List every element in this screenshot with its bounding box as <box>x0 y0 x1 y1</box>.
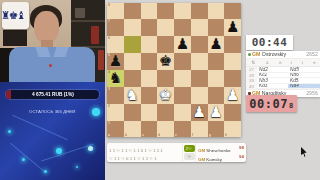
square-d5[interactable]: ♚ <box>157 53 174 70</box>
particle-dot <box>22 158 25 161</box>
piece-black-pawn[interactable]: ♟ <box>224 19 241 36</box>
clock-white: 00:078 <box>246 95 297 112</box>
clock-white-time: 00:07 <box>249 97 288 111</box>
square-f6[interactable] <box>191 36 208 53</box>
chess-board: 87♟6♟♟♟5♚♞43♞♚♟2♟♟a1bcdefgh <box>107 3 241 137</box>
square-e1[interactable]: e <box>174 121 191 137</box>
piece-black-pawn[interactable]: ♟ <box>208 36 225 53</box>
player-top[interactable]: GM Ostrovskiy 2652 <box>246 51 320 59</box>
donation-amount: 4 675.41 RUB (1%) <box>6 90 99 99</box>
mouse-cursor <box>301 147 308 157</box>
square-c2[interactable] <box>141 104 158 121</box>
coordinate-b: b <box>125 133 127 137</box>
square-g5[interactable] <box>208 53 225 70</box>
square-b8[interactable] <box>124 3 141 19</box>
player-top-rating: 2652 <box>306 52 318 57</box>
standings-list: GM Shevchenko 98 GM Kamsky 94 <box>196 143 246 162</box>
move-list: 37 Nd2 Nd5 38 Kc2 Nb6 39 Nb3 Kd5 40 Kd3 … <box>246 67 320 89</box>
square-e3[interactable] <box>174 87 191 104</box>
square-c4[interactable] <box>141 70 158 87</box>
move-toolbar: ⇅ ≡ « ‹ › » <box>246 59 320 67</box>
particle-dot <box>88 146 93 151</box>
standing-row[interactable]: GM Shevchenko 98 <box>196 143 246 152</box>
square-a7[interactable]: 7 <box>107 19 124 36</box>
square-d3[interactable]: ♚ <box>157 87 174 104</box>
particle-dot <box>8 130 11 133</box>
piece-white-knight[interactable]: ♞ <box>124 87 141 104</box>
donation-progress-bar: 4 675.41 RUB (1%) <box>6 90 99 99</box>
square-g6[interactable]: ♟ <box>208 36 225 53</box>
square-a8[interactable]: 8 <box>107 3 124 19</box>
coordinate-1: 1 <box>108 121 110 125</box>
piece-black-king[interactable]: ♚ <box>157 53 174 70</box>
shirt-collar <box>53 47 68 57</box>
piece-black-pawn[interactable]: ♟ <box>107 53 124 70</box>
coordinate-g: g <box>209 133 211 137</box>
square-b6[interactable] <box>124 36 141 53</box>
score-panel: 1 1 ½ 1 1 ½ 1 1 0 1 ½ 1 1 1 ½ 1 1 ½ 0 1 … <box>107 143 246 162</box>
donation-days-left: ОСТАЛОСЬ 365 ДНЕЙ <box>0 100 105 118</box>
piece-white-king[interactable]: ♚ <box>157 87 174 104</box>
red-books <box>91 26 99 44</box>
online-dot-icon <box>248 53 251 56</box>
piece-white-pawn[interactable]: ♟ <box>224 87 241 104</box>
coordinate-h: h <box>225 133 227 137</box>
square-h1[interactable]: h <box>224 121 241 137</box>
square-e5[interactable] <box>174 53 191 70</box>
clock-black-time: 00:44 <box>252 36 288 49</box>
square-f8[interactable] <box>191 3 208 19</box>
square-g7[interactable] <box>208 19 225 36</box>
player-bottom-rating: 2956 <box>306 91 318 96</box>
shelf-item <box>75 8 85 18</box>
next-move-icon[interactable]: › <box>301 60 303 64</box>
piece-white-pawn[interactable]: ♟ <box>208 104 225 121</box>
shirt-pin <box>49 64 52 67</box>
score-badges: 2½ ½ <box>183 143 196 162</box>
coordinate-8: 8 <box>108 3 110 7</box>
square-c6[interactable] <box>141 36 158 53</box>
book-icon[interactable]: ≡ <box>266 60 269 64</box>
square-d7[interactable] <box>157 19 174 36</box>
prev-move-icon[interactable]: ‹ <box>291 60 293 64</box>
square-g2[interactable]: ♟ <box>208 104 225 121</box>
square-e7[interactable] <box>174 19 191 36</box>
coordinate-a: a <box>108 133 110 137</box>
square-a2[interactable]: 2 <box>107 104 124 121</box>
coordinate-d: d <box>158 133 160 137</box>
coordinate-c: c <box>142 133 144 137</box>
square-a5[interactable]: ♟5 <box>107 53 124 70</box>
square-a1[interactable]: a1 <box>107 121 124 137</box>
coordinate-6: 6 <box>108 36 110 40</box>
square-h4[interactable] <box>224 70 241 87</box>
square-c8[interactable] <box>141 3 158 19</box>
red-books <box>98 50 104 70</box>
square-d8[interactable] <box>157 3 174 19</box>
clock-black: 00:44 <box>246 35 293 50</box>
square-d1[interactable]: d <box>157 121 174 137</box>
webcam-panel: ♜♚♝ <box>0 0 105 82</box>
square-d2[interactable] <box>157 104 174 121</box>
square-d6[interactable] <box>157 36 174 53</box>
square-h8[interactable] <box>224 3 241 19</box>
square-a3[interactable]: 3 <box>107 87 124 104</box>
square-f3[interactable] <box>191 87 208 104</box>
square-c5[interactable] <box>141 53 158 70</box>
square-b2[interactable] <box>124 104 141 121</box>
square-e8[interactable] <box>174 3 191 19</box>
stream-screen: ♜♚♝ НА ТЕСЛУ! 4 675.41 RUB (1%) ОСТАЛОСЬ… <box>0 0 320 180</box>
square-b3[interactable]: ♞ <box>124 87 141 104</box>
square-e6[interactable]: ♟ <box>174 36 191 53</box>
coordinate-2: 2 <box>108 104 110 108</box>
square-b7[interactable] <box>124 19 141 36</box>
results-history: 1 1 ½ 1 1 ½ 1 1 0 1 ½ 1 1 1 ½ 1 1 ½ 0 1 … <box>107 143 183 162</box>
coordinate-f: f <box>192 133 193 137</box>
square-e4[interactable] <box>174 70 191 87</box>
streamer-shirt <box>9 47 95 82</box>
square-h5[interactable] <box>224 53 241 70</box>
picture-frame <box>3 30 27 46</box>
particle-dot <box>44 170 47 173</box>
square-b1[interactable]: b <box>124 121 141 137</box>
square-h7[interactable]: ♟ <box>224 19 241 36</box>
piece-white-pawn[interactable]: ♟ <box>191 104 208 121</box>
logo-chess-pieces-icon: ♜♚♝ <box>1 10 24 22</box>
square-h6[interactable] <box>224 36 241 53</box>
streamer-face <box>34 11 59 43</box>
square-c3[interactable] <box>141 87 158 104</box>
square-a6[interactable]: 6 <box>107 36 124 53</box>
square-f7[interactable] <box>191 19 208 36</box>
square-g8[interactable] <box>208 3 225 19</box>
square-e2[interactable] <box>174 104 191 121</box>
square-f5[interactable] <box>191 53 208 70</box>
standing-row[interactable]: GM Kamsky 94 <box>196 152 246 161</box>
square-b4[interactable] <box>124 70 141 87</box>
square-h3[interactable]: ♟ <box>224 87 241 104</box>
particle-line <box>41 144 94 162</box>
square-f2[interactable]: ♟ <box>191 104 208 121</box>
square-d4[interactable] <box>157 70 174 87</box>
piece-black-pawn[interactable]: ♟ <box>174 36 191 53</box>
square-g4[interactable] <box>208 70 225 87</box>
square-b5[interactable] <box>124 53 141 70</box>
material-advantage: ♟ +1 <box>247 27 266 34</box>
square-c7[interactable] <box>141 19 158 36</box>
particle-dot <box>76 166 78 168</box>
square-a4[interactable]: ♞4 <box>107 70 124 87</box>
shirt-collar <box>35 47 50 57</box>
square-f4[interactable] <box>191 70 208 87</box>
flip-board-icon[interactable]: ⇅ <box>251 60 255 64</box>
donation-widget: НА ТЕСЛУ! 4 675.41 RUB (1%) ОСТАЛОСЬ 365… <box>0 82 105 180</box>
square-h2[interactable] <box>224 104 241 121</box>
coordinate-e: e <box>175 133 177 137</box>
first-move-icon[interactable]: « <box>278 60 281 64</box>
coordinate-3: 3 <box>108 87 110 91</box>
piece-black-knight[interactable]: ♞ <box>107 70 124 87</box>
shelf-edge <box>71 20 105 22</box>
particle-line <box>10 143 45 173</box>
score-badge-green: 2½ <box>184 145 195 152</box>
move-black[interactable]: Kd5 <box>288 78 320 84</box>
square-c1[interactable]: c <box>141 121 158 137</box>
square-g1[interactable]: g <box>208 121 225 137</box>
results-row: 1 1 ½ 1 1 ½ 1 1 0 1 ½ 1 1 1 <box>109 144 182 152</box>
channel-logo: ♜♚♝ <box>2 2 29 29</box>
square-f1[interactable]: f <box>191 121 208 137</box>
square-g3[interactable] <box>208 87 225 104</box>
players-moves-card: GM Ostrovskiy 2652 ⇅ ≡ « ‹ › » 37 Nd2 Nd… <box>246 51 320 97</box>
particle-dot <box>56 148 62 154</box>
last-move-icon[interactable]: » <box>312 60 315 64</box>
score-badge-gray: ½ <box>184 153 195 160</box>
coordinate-7: 7 <box>108 19 110 23</box>
clock-white-tenths: 8 <box>289 102 294 112</box>
particle-line <box>12 115 67 140</box>
